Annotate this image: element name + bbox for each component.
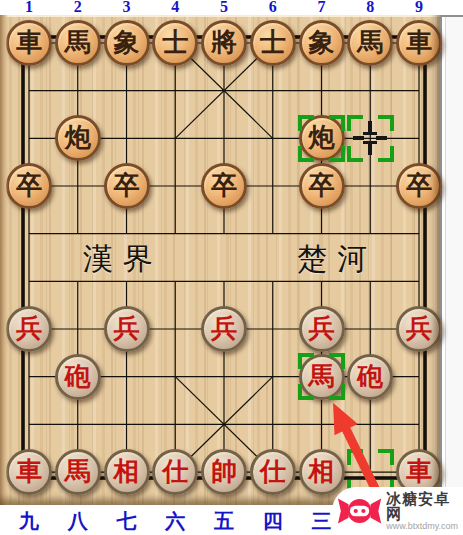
watermark-badge: 冰糖安卓网 www.btxtdmy.com — [332, 487, 463, 535]
file-label-bottom-7: 三 — [312, 508, 332, 535]
file-label-bottom-2: 八 — [68, 508, 88, 535]
side-panel-edge — [440, 15, 463, 505]
xiangqi-board[interactable]: 漢界 楚河 車馬象士將士象馬車炮炮卒卒卒卒卒兵兵兵兵兵砲馬砲車馬相仕帥仕相車 — [0, 15, 440, 505]
file-label-top-2: 2 — [74, 0, 82, 16]
move-annotation-arrow — [0, 15, 440, 505]
file-label-top-3: 3 — [123, 0, 131, 16]
watermark-site-name: 冰糖安卓网 — [386, 491, 463, 523]
file-label-bottom-5: 五 — [214, 508, 234, 535]
file-label-bottom-6: 四 — [263, 508, 283, 535]
file-label-top-9: 9 — [415, 0, 423, 16]
file-numbers-top: 123456789 — [0, 0, 440, 15]
candy-logo-icon — [337, 493, 382, 529]
file-label-bottom-4: 六 — [165, 508, 185, 535]
file-label-top-4: 4 — [171, 0, 179, 16]
file-label-bottom-3: 七 — [117, 508, 137, 535]
file-label-top-5: 5 — [220, 0, 228, 16]
file-label-top-8: 8 — [366, 0, 374, 16]
file-label-bottom-1: 九 — [19, 508, 39, 535]
file-label-top-7: 7 — [318, 0, 326, 16]
file-label-top-6: 6 — [269, 0, 277, 16]
watermark-url: www.btxtdmy.com — [386, 522, 463, 531]
file-label-top-1: 1 — [25, 0, 33, 16]
